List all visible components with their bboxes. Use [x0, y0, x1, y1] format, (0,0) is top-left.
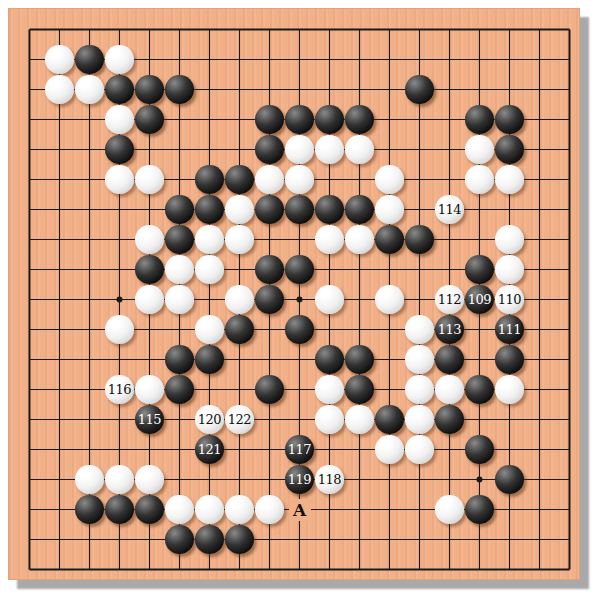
white-stone[interactable] [345, 135, 374, 164]
black-stone[interactable] [135, 255, 164, 284]
white-stone[interactable] [375, 165, 404, 194]
white-stone[interactable] [375, 195, 404, 224]
black-stone[interactable] [105, 135, 134, 164]
move-number-label: 122 [228, 413, 251, 426]
white-stone[interactable] [105, 45, 134, 74]
black-stone[interactable] [315, 195, 344, 224]
star-point [117, 297, 123, 303]
white-stone[interactable] [135, 285, 164, 314]
move-number-label: 112 [438, 293, 461, 306]
white-stone[interactable] [405, 405, 434, 434]
move-number-label: 114 [438, 203, 461, 216]
white-stone[interactable] [315, 135, 344, 164]
black-stone[interactable] [225, 315, 254, 344]
black-stone[interactable] [255, 255, 284, 284]
black-stone[interactable] [195, 345, 224, 374]
white-stone[interactable] [165, 255, 194, 284]
black-stone[interactable] [195, 165, 224, 194]
white-stone-move-114[interactable]: 114 [435, 195, 464, 224]
white-stone[interactable] [165, 495, 194, 524]
black-stone[interactable] [255, 195, 284, 224]
black-stone[interactable] [165, 375, 194, 404]
white-stone[interactable] [135, 375, 164, 404]
go-board[interactable]: 1141121091101131111161151201221211171191… [8, 8, 580, 580]
black-stone[interactable] [345, 345, 374, 374]
white-stone[interactable] [255, 495, 284, 524]
black-stone[interactable] [165, 525, 194, 554]
black-stone[interactable] [285, 195, 314, 224]
white-stone[interactable] [135, 165, 164, 194]
white-stone[interactable] [105, 105, 134, 134]
black-stone[interactable] [405, 75, 434, 104]
black-stone[interactable] [345, 195, 374, 224]
white-stone[interactable] [465, 165, 494, 194]
black-stone[interactable] [135, 495, 164, 524]
white-stone[interactable] [315, 225, 344, 254]
white-stone[interactable] [495, 165, 524, 194]
white-stone[interactable] [75, 465, 104, 494]
black-stone[interactable] [165, 75, 194, 104]
white-stone[interactable] [255, 165, 284, 194]
black-stone[interactable] [375, 405, 404, 434]
white-stone[interactable] [105, 315, 134, 344]
black-stone[interactable] [315, 105, 344, 134]
black-stone[interactable] [75, 45, 104, 74]
star-point [477, 477, 483, 483]
black-stone-move-121[interactable]: 121 [195, 435, 224, 464]
white-stone[interactable] [195, 315, 224, 344]
black-stone[interactable] [255, 375, 284, 404]
white-stone[interactable] [225, 225, 254, 254]
black-stone-move-115[interactable]: 115 [135, 405, 164, 434]
move-number-label: 117 [288, 443, 311, 456]
white-stone[interactable] [465, 135, 494, 164]
move-number-label: 115 [138, 413, 161, 426]
black-stone[interactable] [465, 255, 494, 284]
black-stone[interactable] [255, 285, 284, 314]
white-stone-move-122[interactable]: 122 [225, 405, 254, 434]
page: 1141121091101131111161151201221211171191… [0, 0, 600, 600]
white-stone[interactable] [45, 75, 74, 104]
white-stone[interactable] [495, 375, 524, 404]
white-stone[interactable] [285, 135, 314, 164]
move-number-label: 119 [288, 473, 311, 486]
black-stone[interactable] [495, 345, 524, 374]
white-stone[interactable] [195, 495, 224, 524]
move-number-label: 118 [318, 473, 341, 486]
black-stone[interactable] [225, 165, 254, 194]
white-stone[interactable] [225, 495, 254, 524]
white-stone[interactable] [405, 435, 434, 464]
black-stone[interactable] [285, 315, 314, 344]
black-stone[interactable] [495, 135, 524, 164]
black-stone[interactable] [285, 255, 314, 284]
black-stone[interactable] [105, 495, 134, 524]
white-stone-move-110[interactable]: 110 [495, 285, 524, 314]
white-stone[interactable] [195, 225, 224, 254]
white-stone[interactable] [345, 225, 374, 254]
black-stone[interactable] [195, 195, 224, 224]
white-stone[interactable] [225, 285, 254, 314]
white-stone[interactable] [315, 405, 344, 434]
white-stone[interactable] [375, 285, 404, 314]
black-stone[interactable] [405, 225, 434, 254]
move-number-label: 113 [438, 323, 461, 336]
white-stone[interactable] [405, 315, 434, 344]
white-stone[interactable] [375, 435, 404, 464]
move-number-label: 109 [468, 293, 491, 306]
black-stone-move-119[interactable]: 119 [285, 465, 314, 494]
white-stone[interactable] [315, 375, 344, 404]
white-stone-move-118[interactable]: 118 [315, 465, 344, 494]
black-stone[interactable] [75, 495, 104, 524]
black-stone[interactable] [255, 135, 284, 164]
white-stone[interactable] [405, 375, 434, 404]
white-stone-move-112[interactable]: 112 [435, 285, 464, 314]
white-stone-move-116[interactable]: 116 [105, 375, 134, 404]
white-stone[interactable] [165, 285, 194, 314]
black-stone[interactable] [375, 225, 404, 254]
black-stone[interactable] [135, 105, 164, 134]
black-stone[interactable] [435, 345, 464, 374]
white-stone[interactable] [435, 375, 464, 404]
white-stone[interactable] [45, 45, 74, 74]
black-stone-move-111[interactable]: 111 [495, 315, 524, 344]
white-stone[interactable] [345, 405, 374, 434]
black-stone[interactable] [225, 525, 254, 554]
black-stone[interactable] [435, 405, 464, 434]
black-stone[interactable] [255, 105, 284, 134]
move-number-label: 111 [498, 323, 521, 336]
black-stone[interactable] [135, 75, 164, 104]
black-stone[interactable] [345, 375, 374, 404]
white-stone[interactable] [405, 345, 434, 374]
black-stone[interactable] [165, 345, 194, 374]
white-stone[interactable] [315, 285, 344, 314]
annotation-A[interactable]: A [289, 499, 311, 521]
move-number-label: 120 [198, 413, 221, 426]
move-number-label: 121 [198, 443, 221, 456]
white-stone[interactable] [435, 495, 464, 524]
white-stone[interactable] [225, 195, 254, 224]
black-stone[interactable] [315, 345, 344, 374]
black-stone[interactable] [345, 105, 374, 134]
black-stone[interactable] [495, 465, 524, 494]
black-stone[interactable] [195, 525, 224, 554]
black-stone[interactable] [465, 435, 494, 464]
black-stone[interactable] [465, 375, 494, 404]
white-stone[interactable] [195, 255, 224, 284]
black-stone-move-109[interactable]: 109 [465, 285, 494, 314]
star-point [297, 297, 303, 303]
white-stone[interactable] [105, 465, 134, 494]
black-stone[interactable] [495, 105, 524, 134]
black-stone[interactable] [165, 195, 194, 224]
white-stone[interactable] [495, 225, 524, 254]
black-stone[interactable] [465, 495, 494, 524]
white-stone[interactable] [285, 165, 314, 194]
white-stone-move-120[interactable]: 120 [195, 405, 224, 434]
black-stone[interactable] [285, 105, 314, 134]
white-stone[interactable] [135, 465, 164, 494]
black-stone-move-113[interactable]: 113 [435, 315, 464, 344]
white-stone[interactable] [105, 165, 134, 194]
black-stone[interactable] [465, 105, 494, 134]
black-stone-move-117[interactable]: 117 [285, 435, 314, 464]
move-number-label: 116 [108, 383, 131, 396]
move-number-label: 110 [498, 293, 521, 306]
white-stone[interactable] [75, 75, 104, 104]
white-stone[interactable] [495, 255, 524, 284]
white-stone[interactable] [135, 225, 164, 254]
black-stone[interactable] [165, 225, 194, 254]
black-stone[interactable] [105, 75, 134, 104]
